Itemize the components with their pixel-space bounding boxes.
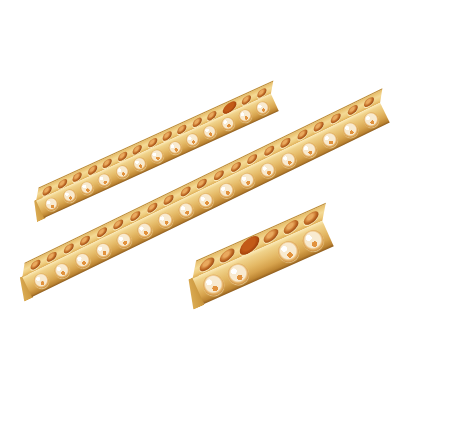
wire-hole — [202, 123, 219, 140]
wire-hole — [237, 170, 257, 190]
wire-hole — [320, 130, 340, 150]
wire-hole — [31, 270, 51, 290]
wire-hole — [43, 195, 60, 212]
wire-hole — [274, 237, 302, 265]
wire-hole — [237, 107, 254, 124]
wire-hole — [196, 190, 216, 210]
wire-hole — [200, 271, 228, 299]
wire-hole — [184, 131, 201, 148]
wire-hole — [72, 250, 92, 270]
wire-hole — [93, 240, 113, 260]
wire-hole — [361, 109, 381, 129]
wire-hole — [149, 147, 166, 164]
wire-hole — [224, 260, 252, 288]
wire-hole — [219, 115, 236, 132]
wire-hole — [258, 160, 278, 180]
wire-hole — [299, 226, 327, 254]
wire-hole — [340, 119, 360, 139]
wire-hole — [278, 150, 298, 170]
wire-hole — [155, 210, 175, 230]
wire-hole — [113, 230, 133, 250]
wire-hole — [96, 171, 113, 188]
wire-hole — [134, 220, 154, 240]
wire-hole — [114, 163, 131, 180]
brass-terminal-bar-short — [187, 207, 334, 304]
wire-hole — [299, 140, 319, 160]
product-photo — [0, 0, 450, 447]
wire-hole — [254, 99, 271, 116]
wire-hole — [217, 180, 237, 200]
wire-hole — [166, 139, 183, 156]
wire-hole — [78, 179, 95, 196]
wire-hole — [131, 155, 148, 172]
wire-hole — [61, 187, 78, 204]
wire-hole — [52, 260, 72, 280]
wire-hole — [175, 200, 195, 220]
